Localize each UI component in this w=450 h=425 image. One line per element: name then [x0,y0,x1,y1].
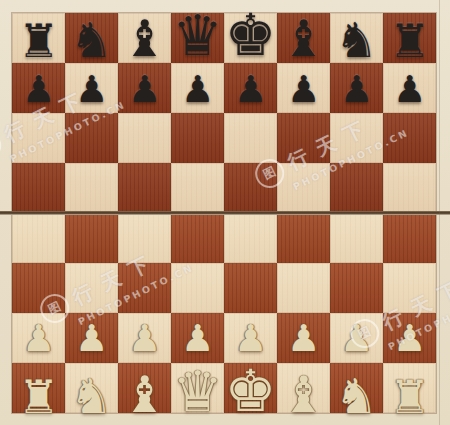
square-f6[interactable] [277,113,330,163]
square-d6[interactable] [171,113,224,163]
piece-white-pawn[interactable]: ♟ [12,320,65,357]
piece-black-bishop[interactable]: ♝ [118,14,171,64]
square-c3[interactable] [118,263,171,313]
square-g4[interactable] [330,213,383,263]
piece-white-pawn[interactable]: ♟ [224,320,277,357]
piece-white-pawn[interactable]: ♟ [65,320,118,357]
square-c6[interactable] [118,113,171,163]
square-b6[interactable] [65,113,118,163]
piece-black-pawn[interactable]: ♟ [277,71,330,108]
square-b3[interactable] [65,263,118,313]
photophoto-logo-icon: 图 [0,126,6,165]
piece-black-queen[interactable]: ♛ [171,8,224,64]
square-d5[interactable] [171,163,224,213]
square-h5[interactable] [383,163,436,213]
square-c4[interactable] [118,213,171,263]
square-b4[interactable] [65,213,118,263]
piece-black-pawn[interactable]: ♟ [118,71,171,108]
piece-white-knight[interactable]: ♞ [330,372,383,420]
square-h6[interactable] [383,113,436,163]
piece-white-king[interactable]: ♚ [224,362,277,420]
square-f4[interactable] [277,213,330,263]
piece-white-bishop[interactable]: ♝ [277,370,330,420]
piece-white-rook[interactable]: ♜ [12,374,65,420]
piece-black-rook[interactable]: ♜ [12,18,65,64]
piece-black-knight[interactable]: ♞ [330,16,383,64]
square-g6[interactable] [330,113,383,163]
square-e4[interactable] [224,213,277,263]
square-d3[interactable] [171,263,224,313]
square-e6[interactable] [224,113,277,163]
piece-white-rook[interactable]: ♜ [383,374,436,420]
square-a5[interactable] [12,163,65,213]
piece-black-pawn[interactable]: ♟ [224,71,277,108]
piece-white-pawn[interactable]: ♟ [383,320,436,357]
piece-white-bishop[interactable]: ♝ [118,370,171,420]
piece-white-knight[interactable]: ♞ [65,372,118,420]
square-a4[interactable] [12,213,65,263]
piece-black-pawn[interactable]: ♟ [171,71,224,108]
square-f5[interactable] [277,163,330,213]
piece-black-rook[interactable]: ♜ [383,18,436,64]
piece-black-bishop[interactable]: ♝ [277,14,330,64]
square-d4[interactable] [171,213,224,263]
board-fold-seam [0,211,450,215]
piece-black-pawn[interactable]: ♟ [65,71,118,108]
square-g5[interactable] [330,163,383,213]
square-a3[interactable] [12,263,65,313]
piece-white-pawn[interactable]: ♟ [118,320,171,357]
square-h3[interactable] [383,263,436,313]
piece-white-queen[interactable]: ♛ [171,364,224,420]
piece-white-pawn[interactable]: ♟ [330,320,383,357]
square-f3[interactable] [277,263,330,313]
square-c5[interactable] [118,163,171,213]
piece-black-king[interactable]: ♚ [224,6,277,64]
piece-black-pawn[interactable]: ♟ [330,71,383,108]
piece-black-pawn[interactable]: ♟ [12,71,65,108]
square-g3[interactable] [330,263,383,313]
chessboard-photo: ♜♞♝♛♚♝♞♜♟♟♟♟♟♟♟♟♟♟♟♟♟♟♟♟♜♞♝♛♚♝♞♜ 图行天下PHO… [0,0,450,425]
piece-white-pawn[interactable]: ♟ [171,320,224,357]
square-b5[interactable] [65,163,118,213]
square-e3[interactable] [224,263,277,313]
square-h4[interactable] [383,213,436,263]
piece-black-pawn[interactable]: ♟ [383,71,436,108]
square-e5[interactable] [224,163,277,213]
piece-black-knight[interactable]: ♞ [65,16,118,64]
piece-white-pawn[interactable]: ♟ [277,320,330,357]
square-a6[interactable] [12,113,65,163]
